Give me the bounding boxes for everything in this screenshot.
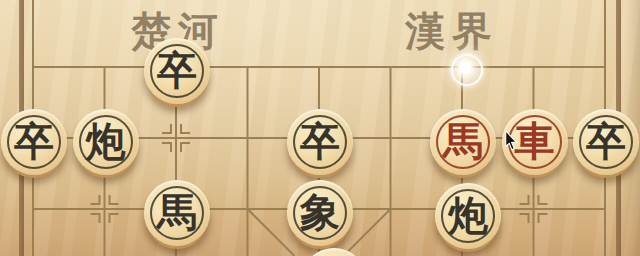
piece-black-cannon[interactable]: 炮 (435, 183, 501, 249)
piece-glyph: 卒 (586, 121, 626, 161)
piece-glyph: 馬 (443, 121, 483, 161)
piece-red-horse[interactable]: 馬 (430, 109, 496, 175)
piece-black-horse[interactable]: 馬 (144, 180, 210, 246)
glow-core (459, 62, 471, 74)
piece-glyph: 象 (300, 192, 340, 232)
piece-glyph: 卒 (157, 50, 197, 90)
piece-glyph: 炮 (448, 195, 488, 235)
piece-black-soldier[interactable]: 卒 (287, 109, 353, 175)
piece-black-cannon[interactable]: 炮 (73, 109, 139, 175)
piece-glyph: 卒 (300, 121, 340, 161)
piece-black-soldier[interactable]: 卒 (573, 109, 639, 175)
piece-glyph: 炮 (86, 121, 126, 161)
piece-black-elephant[interactable]: 象 (287, 180, 353, 246)
piece-black-soldier[interactable]: 卒 (144, 38, 210, 104)
piece-red-chariot[interactable]: 車 (502, 109, 568, 175)
piece-partial-piece[interactable] (301, 248, 367, 256)
piece-glyph: 馬 (157, 192, 197, 232)
river-label-han-jie: 漢界 (405, 4, 499, 59)
piece-glyph: 卒 (14, 121, 54, 161)
xiangqi-board[interactable]: 楚河 漢界 卒卒炮卒馬車卒馬象炮 (0, 0, 640, 256)
piece-glyph: 車 (515, 121, 555, 161)
piece-black-soldier[interactable]: 卒 (1, 109, 67, 175)
